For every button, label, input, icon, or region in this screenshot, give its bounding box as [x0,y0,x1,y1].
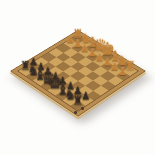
board: ♜♞♝♛♚♝♞♜♟♟♟♟♟♟♟♟♟♟♟♟♟♟♟♟♜♞♝♛♚♝♞♜ [18,34,137,110]
scene: ♜♞♝♛♚♝♞♜♟♟♟♟♟♟♟♟♟♟♟♟♟♟♟♟♜♞♝♛♚♝♞♜ [0,0,155,155]
black-rook-glyph: ♜ [66,94,89,106]
hinge-dot-2 [81,107,84,110]
board-frame: ♜♞♝♛♚♝♞♜♟♟♟♟♟♟♟♟♟♟♟♟♟♟♟♟♜♞♝♛♚♝♞♜ [10,29,146,116]
chess-set-photo: ♜♞♝♛♚♝♞♜♟♟♟♟♟♟♟♟♟♟♟♟♟♟♟♟♜♞♝♛♚♝♞♜ [0,0,155,155]
white-pawn-glyph: ♟ [111,66,133,76]
hinge-dot-1 [74,111,77,114]
board-wrap: ♜♞♝♛♚♝♞♜♟♟♟♟♟♟♟♟♟♟♟♟♟♟♟♟♜♞♝♛♚♝♞♜ [10,29,146,116]
